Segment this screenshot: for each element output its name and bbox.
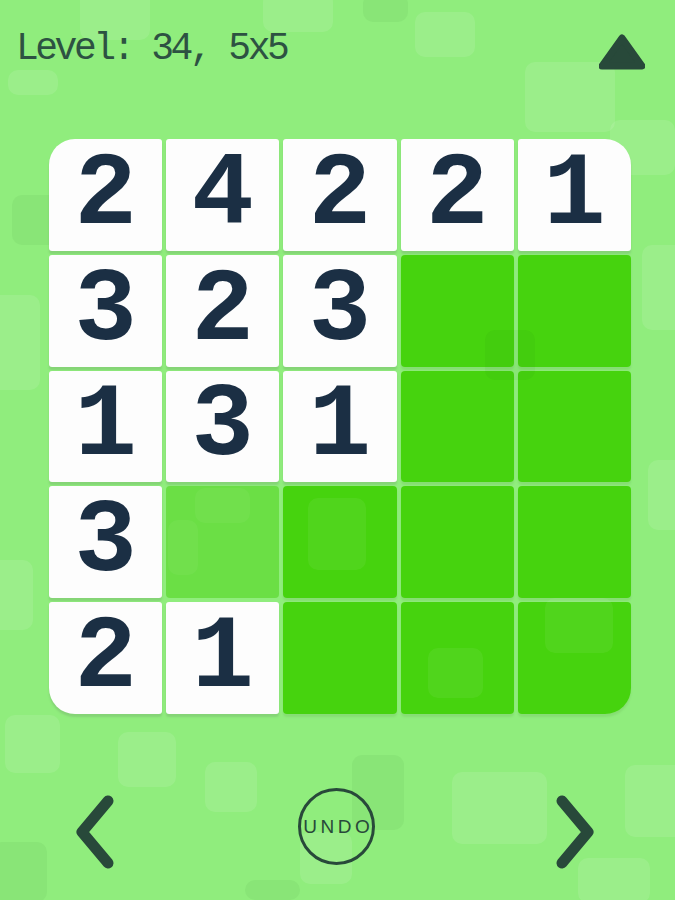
bg-patch — [642, 245, 675, 330]
bg-patch — [245, 880, 300, 900]
cleared-cell-r5c3 — [283, 602, 396, 714]
bg-patch — [452, 772, 547, 844]
tile-r1c1[interactable]: 2 — [49, 139, 162, 251]
triangle-up-icon — [599, 34, 645, 70]
cleared-cell-r4c4 — [401, 486, 514, 598]
bg-patch — [0, 560, 33, 630]
bg-patch — [118, 732, 176, 787]
cleared-cell-r5c4 — [401, 602, 514, 714]
puzzle-board: 24221323131321 — [49, 139, 631, 714]
bg-patch — [363, 0, 408, 22]
tile-r1c3[interactable]: 2 — [283, 139, 396, 251]
cleared-cell-r2c5 — [518, 255, 631, 367]
app-root: { "game": "tile-clearing number puzzle (… — [0, 0, 675, 900]
cleared-cell-r4c3 — [283, 486, 396, 598]
cleared-cell-r5c5 — [518, 602, 631, 714]
collapse-button[interactable] — [597, 32, 647, 72]
undo-label: UNDO — [300, 816, 373, 838]
tile-r5c1[interactable]: 2 — [49, 602, 162, 714]
tile-r3c3[interactable]: 1 — [283, 371, 396, 483]
tile-r2c3[interactable]: 3 — [283, 255, 396, 367]
tile-r3c2[interactable]: 3 — [166, 371, 279, 483]
tile-r5c2[interactable]: 1 — [166, 602, 279, 714]
tile-r1c2[interactable]: 4 — [166, 139, 279, 251]
bg-patch — [415, 12, 475, 57]
cleared-cell-r3c5 — [518, 371, 631, 483]
tile-r1c5[interactable]: 1 — [518, 139, 631, 251]
tile-r2c1[interactable]: 3 — [49, 255, 162, 367]
tile-r3c1[interactable]: 1 — [49, 371, 162, 483]
cleared-cell-r2c4 — [401, 255, 514, 367]
cleared-cell-r4c2 — [166, 486, 279, 598]
chevron-right-icon — [554, 794, 598, 870]
cleared-cell-r4c5 — [518, 486, 631, 598]
next-level-button[interactable] — [554, 794, 598, 873]
cleared-cell-r3c4 — [401, 371, 514, 483]
level-title: Level: 34, 5x5 — [16, 26, 286, 72]
bg-patch — [0, 842, 47, 900]
bg-patch — [5, 715, 60, 773]
tile-r1c4[interactable]: 2 — [401, 139, 514, 251]
bg-patch — [525, 62, 615, 132]
bg-patch — [625, 765, 675, 837]
bg-patch — [0, 295, 40, 390]
chevron-left-icon — [72, 794, 116, 870]
bg-patch — [205, 762, 257, 812]
tile-r4c1[interactable]: 3 — [49, 486, 162, 598]
bg-patch — [648, 460, 675, 530]
bg-patch — [8, 70, 58, 95]
prev-level-button[interactable] — [72, 794, 116, 873]
undo-button[interactable]: UNDO — [298, 788, 375, 865]
tile-r2c2[interactable]: 2 — [166, 255, 279, 367]
